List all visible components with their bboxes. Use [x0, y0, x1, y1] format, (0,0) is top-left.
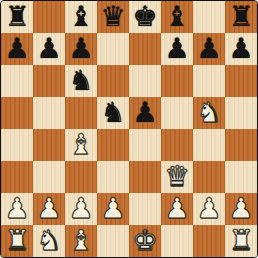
square-e4[interactable]: [129, 129, 161, 161]
square-h2[interactable]: ♟: [225, 193, 257, 225]
square-b6[interactable]: [33, 65, 65, 97]
black-pawn[interactable]: ♟: [68, 33, 93, 65]
black-rook[interactable]: ♜: [4, 1, 29, 33]
square-e6[interactable]: [129, 65, 161, 97]
square-b2[interactable]: ♟: [33, 193, 65, 225]
square-d8[interactable]: ♛: [97, 1, 129, 33]
black-pawn[interactable]: ♟: [228, 33, 253, 65]
square-e2[interactable]: [129, 193, 161, 225]
square-g3[interactable]: [193, 161, 225, 193]
square-a1[interactable]: ♜: [1, 225, 33, 257]
square-d6[interactable]: [97, 65, 129, 97]
chessboard-container: ♜♝♛♚♝♜♟♟♟♟♟♟♞♞♟♞♝♛♟♟♟♟♟♟♟♜♞♝♚♜: [0, 0, 258, 258]
black-knight[interactable]: ♞: [68, 65, 93, 97]
square-f7[interactable]: ♟: [161, 33, 193, 65]
black-pawn[interactable]: ♟: [132, 97, 157, 129]
square-e5[interactable]: ♟: [129, 97, 161, 129]
white-pawn[interactable]: ♟: [196, 193, 221, 225]
white-bishop[interactable]: ♝: [68, 225, 93, 257]
square-h6[interactable]: [225, 65, 257, 97]
square-a3[interactable]: [1, 161, 33, 193]
square-g7[interactable]: ♟: [193, 33, 225, 65]
square-g1[interactable]: [193, 225, 225, 257]
white-queen[interactable]: ♛: [164, 161, 189, 193]
square-h1[interactable]: ♜: [225, 225, 257, 257]
square-b5[interactable]: [33, 97, 65, 129]
black-rook[interactable]: ♜: [228, 1, 253, 33]
square-h7[interactable]: ♟: [225, 33, 257, 65]
square-a6[interactable]: [1, 65, 33, 97]
square-h5[interactable]: [225, 97, 257, 129]
black-pawn[interactable]: ♟: [164, 33, 189, 65]
square-d4[interactable]: [97, 129, 129, 161]
square-e1[interactable]: ♚: [129, 225, 161, 257]
square-d2[interactable]: ♟: [97, 193, 129, 225]
white-knight[interactable]: ♞: [196, 97, 221, 129]
white-pawn[interactable]: ♟: [4, 193, 29, 225]
square-c2[interactable]: ♟: [65, 193, 97, 225]
square-d5[interactable]: ♞: [97, 97, 129, 129]
white-pawn[interactable]: ♟: [36, 193, 61, 225]
square-c6[interactable]: ♞: [65, 65, 97, 97]
square-b3[interactable]: [33, 161, 65, 193]
chessboard: ♜♝♛♚♝♜♟♟♟♟♟♟♞♞♟♞♝♛♟♟♟♟♟♟♟♜♞♝♚♜: [0, 0, 258, 258]
square-g8[interactable]: [193, 1, 225, 33]
square-g5[interactable]: ♞: [193, 97, 225, 129]
square-h4[interactable]: [225, 129, 257, 161]
square-a2[interactable]: ♟: [1, 193, 33, 225]
square-f5[interactable]: [161, 97, 193, 129]
square-h8[interactable]: ♜: [225, 1, 257, 33]
square-a8[interactable]: ♜: [1, 1, 33, 33]
square-e7[interactable]: [129, 33, 161, 65]
white-pawn[interactable]: ♟: [100, 193, 125, 225]
square-b8[interactable]: [33, 1, 65, 33]
black-pawn[interactable]: ♟: [36, 33, 61, 65]
square-c8[interactable]: ♝: [65, 1, 97, 33]
white-rook[interactable]: ♜: [228, 225, 253, 257]
square-c3[interactable]: [65, 161, 97, 193]
square-g6[interactable]: [193, 65, 225, 97]
square-f8[interactable]: ♝: [161, 1, 193, 33]
square-d3[interactable]: [97, 161, 129, 193]
white-pawn[interactable]: ♟: [228, 193, 253, 225]
square-b1[interactable]: ♞: [33, 225, 65, 257]
square-b7[interactable]: ♟: [33, 33, 65, 65]
black-bishop[interactable]: ♝: [164, 1, 189, 33]
square-e8[interactable]: ♚: [129, 1, 161, 33]
square-c7[interactable]: ♟: [65, 33, 97, 65]
square-c1[interactable]: ♝: [65, 225, 97, 257]
black-knight[interactable]: ♞: [100, 97, 125, 129]
square-b4[interactable]: [33, 129, 65, 161]
square-e3[interactable]: [129, 161, 161, 193]
square-f3[interactable]: ♛: [161, 161, 193, 193]
square-a5[interactable]: [1, 97, 33, 129]
square-a4[interactable]: [1, 129, 33, 161]
white-bishop[interactable]: ♝: [68, 129, 93, 161]
square-g2[interactable]: ♟: [193, 193, 225, 225]
black-pawn[interactable]: ♟: [4, 33, 29, 65]
square-d1[interactable]: [97, 225, 129, 257]
white-pawn[interactable]: ♟: [68, 193, 93, 225]
square-a7[interactable]: ♟: [1, 33, 33, 65]
black-pawn[interactable]: ♟: [196, 33, 221, 65]
black-queen[interactable]: ♛: [100, 1, 125, 33]
white-pawn[interactable]: ♟: [164, 193, 189, 225]
white-knight[interactable]: ♞: [36, 225, 61, 257]
white-king[interactable]: ♚: [132, 225, 157, 257]
white-rook[interactable]: ♜: [4, 225, 29, 257]
square-f1[interactable]: [161, 225, 193, 257]
square-d7[interactable]: [97, 33, 129, 65]
square-c4[interactable]: ♝: [65, 129, 97, 161]
square-g4[interactable]: [193, 129, 225, 161]
square-f6[interactable]: [161, 65, 193, 97]
square-f2[interactable]: ♟: [161, 193, 193, 225]
square-c5[interactable]: [65, 97, 97, 129]
square-f4[interactable]: [161, 129, 193, 161]
square-h3[interactable]: [225, 161, 257, 193]
black-bishop[interactable]: ♝: [68, 1, 93, 33]
black-king[interactable]: ♚: [132, 1, 157, 33]
